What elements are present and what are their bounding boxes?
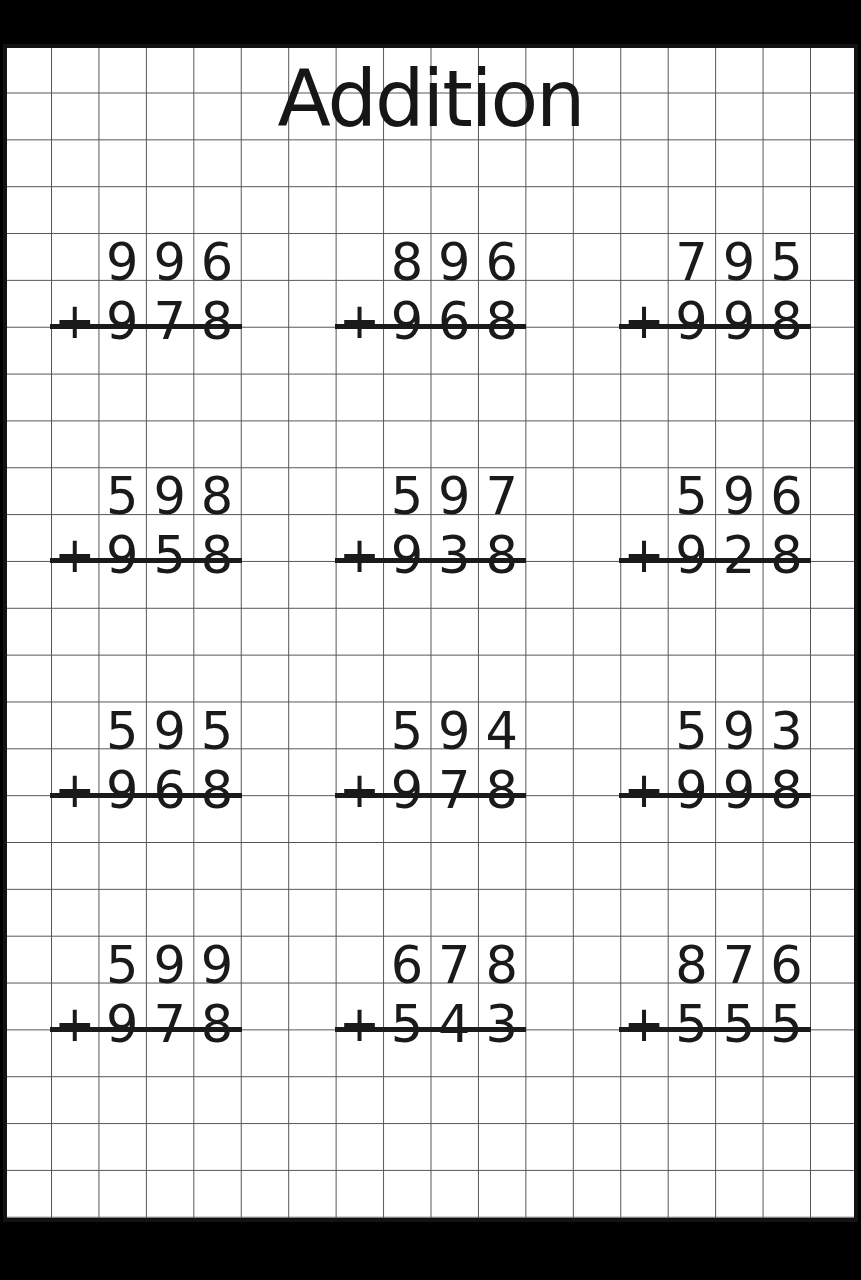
digit-cell: 9 [146,467,193,526]
empty-cell [336,936,383,995]
addition-problem-2: 896+968 [336,233,526,327]
plus-operator: + [336,995,383,1054]
empty-cell [51,233,98,292]
plus-operator: + [620,526,667,585]
digit-cell: 6 [478,233,525,292]
addition-problem-7: 595+968 [51,702,241,796]
answer-line [335,324,527,329]
worksheet-page: Addition 996+978896+968795+998598+958597… [0,0,861,1280]
digit-cell: 2 [715,526,762,585]
digit-cell: 3 [478,995,525,1054]
addition-problem-5: 597+938 [336,467,526,561]
empty-cell [51,936,98,995]
digit-cell: 6 [763,936,810,995]
empty-cell [51,467,98,526]
digit-cell: 9 [98,233,145,292]
digit-cell: 5 [668,467,715,526]
digit-cell: 9 [146,233,193,292]
digit-cell: 9 [715,467,762,526]
digit-cell: 8 [478,761,525,820]
digit-cell: 7 [715,936,762,995]
plus-operator: + [51,995,98,1054]
plus-operator: + [336,292,383,351]
empty-cell [620,936,667,995]
digit-cell: 9 [383,526,430,585]
digit-cell: 8 [193,292,240,351]
digit-cell: 9 [146,702,193,761]
plus-operator: + [620,292,667,351]
plus-operator: + [336,526,383,585]
digit-cell: 9 [668,526,715,585]
digit-cell: 5 [146,526,193,585]
empty-cell [620,233,667,292]
digit-cell: 7 [431,761,478,820]
digit-cell: 8 [383,233,430,292]
digit-cell: 6 [431,292,478,351]
digit-cell: 9 [193,936,240,995]
digit-cell: 3 [763,702,810,761]
digit-cell: 9 [431,233,478,292]
digit-cell: 5 [383,702,430,761]
digit-cell: 8 [478,292,525,351]
digit-cell: 9 [383,761,430,820]
digit-cell: 5 [193,702,240,761]
plus-operator: + [51,761,98,820]
answer-line [335,793,527,798]
digit-cell: 4 [431,995,478,1054]
digit-cell: 7 [146,995,193,1054]
digit-cell: 8 [478,936,525,995]
digit-cell: 8 [193,995,240,1054]
addition-problem-6: 596+928 [620,467,810,561]
addition-problem-3: 795+998 [620,233,810,327]
plus-operator: + [620,995,667,1054]
digit-cell: 8 [193,761,240,820]
digit-cell: 9 [668,292,715,351]
answer-line [50,558,242,563]
digit-cell: 3 [431,526,478,585]
digit-cell: 5 [668,995,715,1054]
digit-cell: 9 [668,761,715,820]
digit-cell: 9 [431,467,478,526]
plus-operator: + [51,526,98,585]
digit-cell: 9 [98,995,145,1054]
digit-cell: 9 [383,292,430,351]
digit-cell: 8 [763,292,810,351]
digit-cell: 5 [98,702,145,761]
digit-cell: 6 [763,467,810,526]
digit-cell: 5 [715,995,762,1054]
digit-cell: 9 [715,761,762,820]
digit-cell: 9 [98,292,145,351]
digit-cell: 9 [431,702,478,761]
plus-operator: + [51,292,98,351]
plus-operator: + [336,761,383,820]
digit-cell: 7 [146,292,193,351]
digit-cell: 6 [193,233,240,292]
digit-cell: 8 [193,467,240,526]
digit-cell: 5 [763,233,810,292]
digit-cell: 9 [715,702,762,761]
grid-paper: Addition 996+978896+968795+998598+958597… [3,44,858,1222]
digit-cell: 7 [668,233,715,292]
empty-cell [620,467,667,526]
digit-cell: 9 [715,292,762,351]
empty-cell [51,702,98,761]
digit-cell: 4 [478,702,525,761]
digit-cell: 5 [668,702,715,761]
digit-cell: 5 [98,936,145,995]
digit-cell: 8 [763,761,810,820]
answer-line [335,1027,527,1032]
digit-cell: 6 [383,936,430,995]
answer-line [619,793,811,798]
digit-cell: 5 [98,467,145,526]
digit-cell: 9 [98,761,145,820]
answer-line [619,1027,811,1032]
addition-problem-12: 876+555 [620,936,810,1030]
addition-problem-10: 599+978 [51,936,241,1030]
answer-line [50,1027,242,1032]
empty-cell [336,467,383,526]
addition-problem-11: 678+543 [336,936,526,1030]
digit-cell: 5 [763,995,810,1054]
addition-problem-1: 996+978 [51,233,241,327]
addition-problem-9: 593+998 [620,702,810,796]
plus-operator: + [620,761,667,820]
answer-line [335,558,527,563]
digit-cell: 8 [193,526,240,585]
digit-cell: 5 [383,467,430,526]
digit-cell: 9 [146,936,193,995]
digit-cell: 9 [98,526,145,585]
digit-cell: 6 [146,761,193,820]
empty-cell [336,702,383,761]
answer-line [50,793,242,798]
answer-line [50,324,242,329]
answer-line [619,324,811,329]
addition-problem-8: 594+978 [336,702,526,796]
empty-cell [336,233,383,292]
digit-cell: 8 [763,526,810,585]
worksheet-title: Addition [7,56,854,142]
empty-cell [620,702,667,761]
digit-cell: 8 [668,936,715,995]
digit-cell: 5 [383,995,430,1054]
addition-problem-4: 598+958 [51,467,241,561]
digit-cell: 7 [478,467,525,526]
digit-cell: 8 [478,526,525,585]
digit-cell: 7 [431,936,478,995]
digit-cell: 9 [715,233,762,292]
answer-line [619,558,811,563]
